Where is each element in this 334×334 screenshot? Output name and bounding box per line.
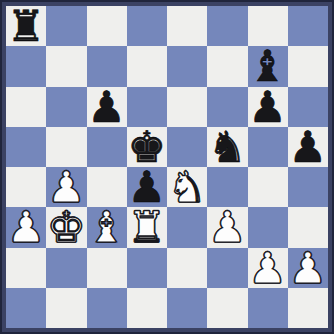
square-b8[interactable] xyxy=(46,6,86,46)
square-d5[interactable]: ♚ xyxy=(127,127,167,167)
square-b4[interactable]: ♟ xyxy=(46,167,86,207)
square-h8[interactable] xyxy=(288,6,328,46)
piece-black-king[interactable]: ♚ xyxy=(128,127,167,167)
square-b1[interactable] xyxy=(46,288,86,328)
square-h1[interactable] xyxy=(288,288,328,328)
square-g1[interactable] xyxy=(248,288,288,328)
square-a6[interactable] xyxy=(6,87,46,127)
piece-white-rook[interactable]: ♜ xyxy=(128,207,167,247)
square-f1[interactable] xyxy=(207,288,247,328)
square-e4[interactable]: ♞ xyxy=(167,167,207,207)
square-d3[interactable]: ♜ xyxy=(127,207,167,247)
square-f5[interactable]: ♞ xyxy=(207,127,247,167)
square-h5[interactable]: ♟ xyxy=(288,127,328,167)
square-c1[interactable] xyxy=(87,288,127,328)
square-e3[interactable] xyxy=(167,207,207,247)
piece-white-pawn[interactable]: ♟ xyxy=(248,248,287,288)
chess-board-frame: ♜♝♟♟♚♞♟♟♟♞♟♚♝♜♟♟♟ xyxy=(0,0,334,334)
square-b7[interactable] xyxy=(46,46,86,86)
piece-black-pawn[interactable]: ♟ xyxy=(289,127,328,167)
square-a8[interactable]: ♜ xyxy=(6,6,46,46)
square-e1[interactable] xyxy=(167,288,207,328)
piece-white-pawn[interactable]: ♟ xyxy=(289,248,328,288)
square-c8[interactable] xyxy=(87,6,127,46)
square-e2[interactable] xyxy=(167,248,207,288)
square-d2[interactable] xyxy=(127,248,167,288)
square-a3[interactable]: ♟ xyxy=(6,207,46,247)
square-g4[interactable] xyxy=(248,167,288,207)
square-g3[interactable] xyxy=(248,207,288,247)
square-d8[interactable] xyxy=(127,6,167,46)
square-b6[interactable] xyxy=(46,87,86,127)
square-h2[interactable]: ♟ xyxy=(288,248,328,288)
piece-black-pawn[interactable]: ♟ xyxy=(87,87,126,127)
square-d1[interactable] xyxy=(127,288,167,328)
piece-black-rook[interactable]: ♜ xyxy=(7,6,46,46)
square-h3[interactable] xyxy=(288,207,328,247)
square-b5[interactable] xyxy=(46,127,86,167)
square-c2[interactable] xyxy=(87,248,127,288)
square-d7[interactable] xyxy=(127,46,167,86)
square-d6[interactable] xyxy=(127,87,167,127)
piece-white-knight[interactable]: ♞ xyxy=(168,167,207,207)
piece-black-bishop[interactable]: ♝ xyxy=(248,46,287,86)
square-d4[interactable]: ♟ xyxy=(127,167,167,207)
chess-board-inner-frame: ♜♝♟♟♚♞♟♟♟♞♟♚♝♜♟♟♟ xyxy=(2,2,332,332)
square-f3[interactable]: ♟ xyxy=(207,207,247,247)
square-g7[interactable]: ♝ xyxy=(248,46,288,86)
piece-white-bishop[interactable]: ♝ xyxy=(87,207,126,247)
piece-white-pawn[interactable]: ♟ xyxy=(47,167,86,207)
chess-board-grid: ♜♝♟♟♚♞♟♟♟♞♟♚♝♜♟♟♟ xyxy=(6,6,328,328)
piece-white-pawn[interactable]: ♟ xyxy=(208,207,247,247)
square-f4[interactable] xyxy=(207,167,247,207)
square-f7[interactable] xyxy=(207,46,247,86)
square-c7[interactable] xyxy=(87,46,127,86)
square-c3[interactable]: ♝ xyxy=(87,207,127,247)
piece-black-pawn[interactable]: ♟ xyxy=(128,167,167,207)
piece-white-pawn[interactable]: ♟ xyxy=(7,207,46,247)
square-e6[interactable] xyxy=(167,87,207,127)
square-g5[interactable] xyxy=(248,127,288,167)
square-h4[interactable] xyxy=(288,167,328,207)
square-g2[interactable]: ♟ xyxy=(248,248,288,288)
square-a2[interactable] xyxy=(6,248,46,288)
square-g6[interactable]: ♟ xyxy=(248,87,288,127)
square-h6[interactable] xyxy=(288,87,328,127)
square-h7[interactable] xyxy=(288,46,328,86)
square-c4[interactable] xyxy=(87,167,127,207)
square-b3[interactable]: ♚ xyxy=(46,207,86,247)
square-a4[interactable] xyxy=(6,167,46,207)
square-e8[interactable] xyxy=(167,6,207,46)
square-a1[interactable] xyxy=(6,288,46,328)
square-f2[interactable] xyxy=(207,248,247,288)
piece-black-knight[interactable]: ♞ xyxy=(208,127,247,167)
square-e7[interactable] xyxy=(167,46,207,86)
square-e5[interactable] xyxy=(167,127,207,167)
piece-white-king[interactable]: ♚ xyxy=(47,207,86,247)
piece-black-pawn[interactable]: ♟ xyxy=(248,87,287,127)
square-a5[interactable] xyxy=(6,127,46,167)
square-a7[interactable] xyxy=(6,46,46,86)
square-f8[interactable] xyxy=(207,6,247,46)
square-c5[interactable] xyxy=(87,127,127,167)
square-g8[interactable] xyxy=(248,6,288,46)
square-c6[interactable]: ♟ xyxy=(87,87,127,127)
square-b2[interactable] xyxy=(46,248,86,288)
square-f6[interactable] xyxy=(207,87,247,127)
